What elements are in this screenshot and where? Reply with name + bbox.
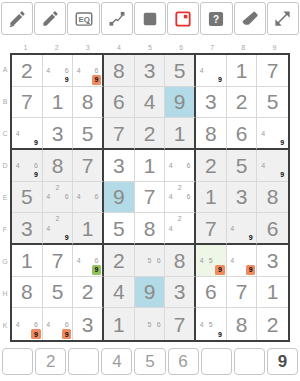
candidate-9-strong: 9 xyxy=(277,138,287,147)
digit-key-6[interactable]: 6 xyxy=(168,348,199,375)
candidate-6: 6 xyxy=(92,192,101,202)
candidate-4: 4 xyxy=(44,224,53,233)
cell-K9[interactable]: 2 xyxy=(257,308,288,340)
digit-key-7[interactable] xyxy=(201,348,232,375)
candidate-4: 4 xyxy=(228,256,237,266)
candidate-2: 2 xyxy=(53,183,62,193)
candidate-2: 2 xyxy=(175,214,184,223)
corner-spacer xyxy=(0,41,10,53)
cell-F2[interactable]: 249 xyxy=(43,213,74,245)
cell-value: 2 xyxy=(205,155,217,176)
digit-key-3[interactable] xyxy=(68,348,99,375)
digit-key-9[interactable]: 9 xyxy=(267,348,298,375)
cell-value: 4 xyxy=(144,91,156,112)
cell-C3[interactable]: 5 xyxy=(73,118,104,150)
cell-value: 3 xyxy=(52,123,64,144)
pencil-marks: 459 xyxy=(197,309,225,339)
cell-B6[interactable]: 9 xyxy=(165,87,196,119)
cell-F9[interactable]: 6 xyxy=(257,213,288,245)
candidate-4: 4 xyxy=(74,256,83,266)
candidate-9-strong: 9 xyxy=(246,233,255,242)
cell-F6[interactable]: 24 xyxy=(165,213,196,245)
pencil-marks: 246 xyxy=(166,183,193,212)
row-label-K: K xyxy=(3,322,8,329)
cell-value: 1 xyxy=(21,250,33,271)
cell-C1[interactable]: 49 xyxy=(12,118,43,150)
cell-D7[interactable]: 2 xyxy=(196,150,227,182)
row-label-E: E xyxy=(3,194,8,201)
cell-B1[interactable]: 7 xyxy=(12,87,43,119)
row-label-G: G xyxy=(2,258,7,265)
cell-value: 3 xyxy=(82,314,94,335)
cell-A7[interactable]: 49 xyxy=(196,55,227,87)
cell-E6[interactable]: 246 xyxy=(165,182,196,214)
pencil-marks: 469 xyxy=(13,151,41,180)
cell-B8[interactable]: 2 xyxy=(227,87,258,119)
cell-E9[interactable]: 8 xyxy=(257,182,288,214)
cell-value: 8 xyxy=(205,123,217,144)
pencil-marks: 49 xyxy=(258,151,287,180)
candidate-6: 6 xyxy=(154,319,163,329)
candidate-4: 4 xyxy=(258,129,268,138)
cell-value: 8 xyxy=(113,60,125,81)
pencil-icon xyxy=(41,9,60,28)
candidate-6: 6 xyxy=(184,161,193,171)
cell-K5[interactable]: 56 xyxy=(135,308,166,340)
cell-value: 2 xyxy=(113,250,125,271)
cell-value: 5 xyxy=(21,186,33,207)
sudoku-board: 2469469835491771864932549357218649469873… xyxy=(10,53,290,342)
cell-F3[interactable]: 1 xyxy=(73,213,104,245)
cell-K3[interactable]: 3 xyxy=(73,308,104,340)
cell-value: 2 xyxy=(236,91,248,112)
cell-value: 7 xyxy=(236,281,248,302)
toolbar: EQ? xyxy=(0,0,300,36)
cell-value: 7 xyxy=(174,314,186,335)
cell-C6[interactable]: 1 xyxy=(165,118,196,150)
pencil-marks: 49 xyxy=(197,56,225,85)
pencil-marks: 469 xyxy=(13,309,41,339)
cell-value: 7 xyxy=(144,186,156,207)
row-labels: ABCDEFGHK xyxy=(0,53,10,342)
cell-value: 2 xyxy=(144,123,156,144)
candidate-9-strong: 9 xyxy=(62,75,71,85)
cell-value: 2 xyxy=(267,314,279,335)
cell-value: 9 xyxy=(113,186,125,207)
col-label-6: 6 xyxy=(179,44,183,51)
col-label-4: 4 xyxy=(117,44,121,51)
candidate-4: 4 xyxy=(166,224,175,233)
cell-value: 3 xyxy=(144,60,156,81)
cell-value: 5 xyxy=(267,91,279,112)
cell-F1[interactable]: 3 xyxy=(12,213,43,245)
cell-E7[interactable]: 1 xyxy=(196,182,227,214)
cell-value: 8 xyxy=(144,218,156,239)
candidate-4: 4 xyxy=(197,66,206,76)
pencil-marks: 24 xyxy=(166,214,193,242)
candidate-9-strong: 9 xyxy=(31,170,40,180)
cell-K7[interactable]: 459 xyxy=(196,308,227,340)
row-label-B: B xyxy=(3,98,8,105)
corner-mark-icon xyxy=(173,9,193,29)
cell-G2[interactable]: 7 xyxy=(43,245,74,277)
cell-value: 7 xyxy=(21,91,33,112)
pencil-marks: 49 xyxy=(228,214,256,242)
cell-H3[interactable]: 2 xyxy=(73,277,104,309)
line-tool-button[interactable] xyxy=(101,2,133,35)
cell-D4[interactable]: 3 xyxy=(104,150,135,182)
cell-K8[interactable]: 8 xyxy=(227,308,258,340)
cell-H7[interactable]: 6 xyxy=(196,277,227,309)
help-icon: ? xyxy=(206,9,226,29)
cell-value: 8 xyxy=(52,155,64,176)
pen-tool-button[interactable] xyxy=(1,2,33,35)
cell-C8[interactable]: 6 xyxy=(227,118,258,150)
pencil-marks: 459 xyxy=(197,246,225,275)
cell-value: 5 xyxy=(113,218,125,239)
candidate-9-orange: 9 xyxy=(62,329,71,339)
pencil-marks: 46 xyxy=(74,183,101,212)
analyze-eq-tool-button[interactable]: EQ xyxy=(67,2,99,35)
cell-value: 6 xyxy=(113,91,125,112)
pencil-tool-button[interactable] xyxy=(34,2,66,35)
col-label-7: 7 xyxy=(210,44,214,51)
cell-value: 9 xyxy=(144,281,156,302)
cell-G6[interactable]: 8 xyxy=(165,245,196,277)
candidate-4: 4 xyxy=(197,319,206,329)
candidate-5: 5 xyxy=(145,256,154,266)
candidate-9-orange: 9 xyxy=(215,265,224,275)
eraser-icon xyxy=(240,9,260,29)
cell-value: 3 xyxy=(205,91,217,112)
row-label-A: A xyxy=(3,66,8,73)
pencil-marks: 46 xyxy=(166,151,193,180)
cell-value: 5 xyxy=(82,123,94,144)
row-label-H: H xyxy=(2,290,7,297)
cell-value: 1 xyxy=(205,186,217,207)
cell-K2[interactable]: 469 xyxy=(43,308,74,340)
cell-G5[interactable]: 56 xyxy=(135,245,166,277)
candidate-5: 5 xyxy=(206,256,215,266)
fullscreen-button[interactable] xyxy=(267,2,299,35)
candidate-6: 6 xyxy=(154,256,163,266)
candidate-6: 6 xyxy=(62,66,71,76)
col-label-2: 2 xyxy=(55,44,59,51)
cell-A4[interactable]: 8 xyxy=(104,55,135,87)
cell-F4[interactable]: 5 xyxy=(104,213,135,245)
cell-value: 7 xyxy=(205,218,217,239)
candidate-9-strong: 9 xyxy=(215,329,224,339)
candidate-4: 4 xyxy=(197,256,206,266)
cell-value: 8 xyxy=(236,314,248,335)
cell-E3[interactable]: 46 xyxy=(73,182,104,214)
board-area: 123456789 ABCDEFGHK 24694698354917718649… xyxy=(0,41,300,342)
pencil-marks: 49 xyxy=(13,119,41,147)
cell-G3[interactable]: 469 xyxy=(73,245,104,277)
cell-value: 7 xyxy=(82,155,94,176)
cell-C4[interactable]: 7 xyxy=(104,118,135,150)
candidate-5: 5 xyxy=(206,319,215,329)
cell-A3[interactable]: 469 xyxy=(73,55,104,87)
cell-value: 6 xyxy=(267,218,279,239)
candidate-6: 6 xyxy=(31,319,40,329)
cell-value: 1 xyxy=(52,91,64,112)
candidate-9-orange: 9 xyxy=(31,329,40,339)
candidate-6: 6 xyxy=(184,192,193,202)
cell-A9[interactable]: 7 xyxy=(257,55,288,87)
row-label-F: F xyxy=(3,226,7,233)
cell-value: 3 xyxy=(174,281,186,302)
cell-A1[interactable]: 2 xyxy=(12,55,43,87)
col-label-3: 3 xyxy=(86,44,90,51)
cell-H1[interactable]: 8 xyxy=(12,277,43,309)
cell-value: 3 xyxy=(267,250,279,271)
cell-G8[interactable]: 49 xyxy=(227,245,258,277)
cell-value: 8 xyxy=(174,250,186,271)
cell-E8[interactable]: 3 xyxy=(227,182,258,214)
cell-G7[interactable]: 459 xyxy=(196,245,227,277)
cell-E5[interactable]: 7 xyxy=(135,182,166,214)
cell-G4[interactable]: 2 xyxy=(104,245,135,277)
digit-key-4[interactable]: 4 xyxy=(101,348,132,375)
cell-D3[interactable]: 7 xyxy=(73,150,104,182)
svg-text:?: ? xyxy=(213,13,219,24)
cell-A5[interactable]: 3 xyxy=(135,55,166,87)
cell-C7[interactable]: 8 xyxy=(196,118,227,150)
cell-F5[interactable]: 8 xyxy=(135,213,166,245)
digit-key-2[interactable]: 2 xyxy=(35,348,66,375)
digit-key-8[interactable] xyxy=(234,348,265,375)
candidate-4: 4 xyxy=(13,129,22,138)
candidate-4: 4 xyxy=(74,192,83,202)
cell-value: 6 xyxy=(236,123,248,144)
row-label-D: D xyxy=(2,162,7,169)
pencil-marks: 49 xyxy=(258,119,287,147)
pencil-marks: 469 xyxy=(74,246,101,275)
cell-C9[interactable]: 49 xyxy=(257,118,288,150)
candidate-4: 4 xyxy=(13,319,22,329)
cell-value: 4 xyxy=(113,281,125,302)
cell-F8[interactable]: 49 xyxy=(227,213,258,245)
line-icon xyxy=(107,9,127,29)
digit-key-1[interactable] xyxy=(2,348,33,375)
cell-B2[interactable]: 1 xyxy=(43,87,74,119)
cell-value: 7 xyxy=(113,123,125,144)
cell-H8[interactable]: 7 xyxy=(227,277,258,309)
pencil-marks: 469 xyxy=(44,56,72,85)
row-label-C: C xyxy=(2,130,7,137)
cell-A8[interactable]: 1 xyxy=(227,55,258,87)
digit-key-5[interactable]: 5 xyxy=(134,348,165,375)
cell-D8[interactable]: 5 xyxy=(227,150,258,182)
candidate-4: 4 xyxy=(228,224,237,233)
candidate-9-orange: 9 xyxy=(92,75,101,85)
pencil-marks: 469 xyxy=(44,309,72,339)
cell-H6[interactable]: 3 xyxy=(165,277,196,309)
cell-value: 6 xyxy=(205,281,217,302)
column-labels: 123456789 xyxy=(10,41,290,53)
candidate-6: 6 xyxy=(31,161,40,171)
candidate-4: 4 xyxy=(13,161,22,171)
col-label-5: 5 xyxy=(148,44,152,51)
candidate-9-orange: 9 xyxy=(246,265,255,275)
candidate-2: 2 xyxy=(175,183,184,193)
pencil-marks: 246 xyxy=(44,183,72,212)
cell-B7[interactable]: 3 xyxy=(196,87,227,119)
cell-H4[interactable]: 4 xyxy=(104,277,135,309)
candidate-6: 6 xyxy=(62,192,71,202)
pen-icon xyxy=(8,9,27,28)
candidate-4: 4 xyxy=(74,66,83,76)
cell-E4[interactable]: 9 xyxy=(104,182,135,214)
cell-value: 1 xyxy=(82,218,94,239)
eraser-tool-button[interactable] xyxy=(234,2,266,35)
cell-value: 1 xyxy=(236,60,248,81)
cell-value: 5 xyxy=(236,155,248,176)
corner-mark-tool-button[interactable] xyxy=(167,2,199,35)
cell-C5[interactable]: 2 xyxy=(135,118,166,150)
candidate-6: 6 xyxy=(62,319,71,329)
cell-value: 9 xyxy=(174,91,186,112)
cell-G9[interactable]: 3 xyxy=(257,245,288,277)
cell-value: 1 xyxy=(267,281,279,302)
candidate-4: 4 xyxy=(44,319,53,329)
cell-C2[interactable]: 3 xyxy=(43,118,74,150)
cell-value: 8 xyxy=(82,91,94,112)
candidate-9-strong: 9 xyxy=(215,75,224,85)
cell-value: 8 xyxy=(21,281,33,302)
candidate-4: 4 xyxy=(44,66,53,76)
cell-D6[interactable]: 46 xyxy=(165,150,196,182)
cell-G1[interactable]: 1 xyxy=(12,245,43,277)
cell-value: 7 xyxy=(52,250,64,271)
cell-value: 2 xyxy=(82,281,94,302)
cell-value: 7 xyxy=(267,60,279,81)
candidate-9-strong: 9 xyxy=(277,170,287,180)
candidate-4: 4 xyxy=(44,192,53,202)
fullscreen-icon xyxy=(273,9,292,28)
cell-D9[interactable]: 49 xyxy=(257,150,288,182)
candidate-9-green: 9 xyxy=(92,265,101,275)
cell-value: 3 xyxy=(113,155,125,176)
candidate-6: 6 xyxy=(92,66,101,76)
col-label-1: 1 xyxy=(24,44,28,51)
candidate-9-strong: 9 xyxy=(31,138,40,147)
cell-value: 1 xyxy=(144,155,156,176)
cell-value: 8 xyxy=(267,186,279,207)
cell-D1[interactable]: 469 xyxy=(12,150,43,182)
cell-B9[interactable]: 5 xyxy=(257,87,288,119)
fill-cell-tool-button[interactable] xyxy=(134,2,166,35)
candidate-5: 5 xyxy=(145,319,154,329)
cell-H5[interactable]: 9 xyxy=(135,277,166,309)
cell-value: 3 xyxy=(236,186,248,207)
digit-pad: 24569 xyxy=(0,348,300,375)
help-button[interactable]: ? xyxy=(200,2,232,35)
pencil-marks: 49 xyxy=(228,246,256,275)
cell-K4[interactable]: 1 xyxy=(104,308,135,340)
candidate-4: 4 xyxy=(166,161,175,171)
candidate-2: 2 xyxy=(53,214,62,223)
pencil-marks: 56 xyxy=(136,246,164,275)
pencil-marks: 469 xyxy=(74,56,101,85)
cell-F7[interactable]: 7 xyxy=(196,213,227,245)
cell-A2[interactable]: 469 xyxy=(43,55,74,87)
cell-B5[interactable]: 4 xyxy=(135,87,166,119)
pencil-marks: 56 xyxy=(136,309,164,339)
cell-H9[interactable]: 1 xyxy=(257,277,288,309)
cell-value: 2 xyxy=(21,60,33,81)
candidate-4: 4 xyxy=(258,161,268,171)
cell-A6[interactable]: 5 xyxy=(165,55,196,87)
candidate-4: 4 xyxy=(166,192,175,202)
cell-B3[interactable]: 8 xyxy=(73,87,104,119)
cell-E2[interactable]: 246 xyxy=(43,182,74,214)
cell-H2[interactable]: 5 xyxy=(43,277,74,309)
col-label-8: 8 xyxy=(241,44,245,51)
cell-value: 5 xyxy=(52,281,64,302)
cell-E1[interactable]: 5 xyxy=(12,182,43,214)
col-label-9: 9 xyxy=(272,44,276,51)
cell-value: 5 xyxy=(174,60,186,81)
cell-D2[interactable]: 8 xyxy=(43,150,74,182)
cell-value: 1 xyxy=(174,123,186,144)
cell-K1[interactable]: 469 xyxy=(12,308,43,340)
fill-square-icon xyxy=(140,9,160,29)
cell-value: 3 xyxy=(21,218,33,239)
cell-B4[interactable]: 6 xyxy=(104,87,135,119)
candidate-6: 6 xyxy=(92,256,101,266)
search-icon: EQ xyxy=(74,9,94,29)
cell-K6[interactable]: 7 xyxy=(165,308,196,340)
cell-D5[interactable]: 1 xyxy=(135,150,166,182)
cell-value: 1 xyxy=(113,314,125,335)
candidate-9-strong: 9 xyxy=(62,233,71,242)
pencil-marks: 249 xyxy=(44,214,72,242)
